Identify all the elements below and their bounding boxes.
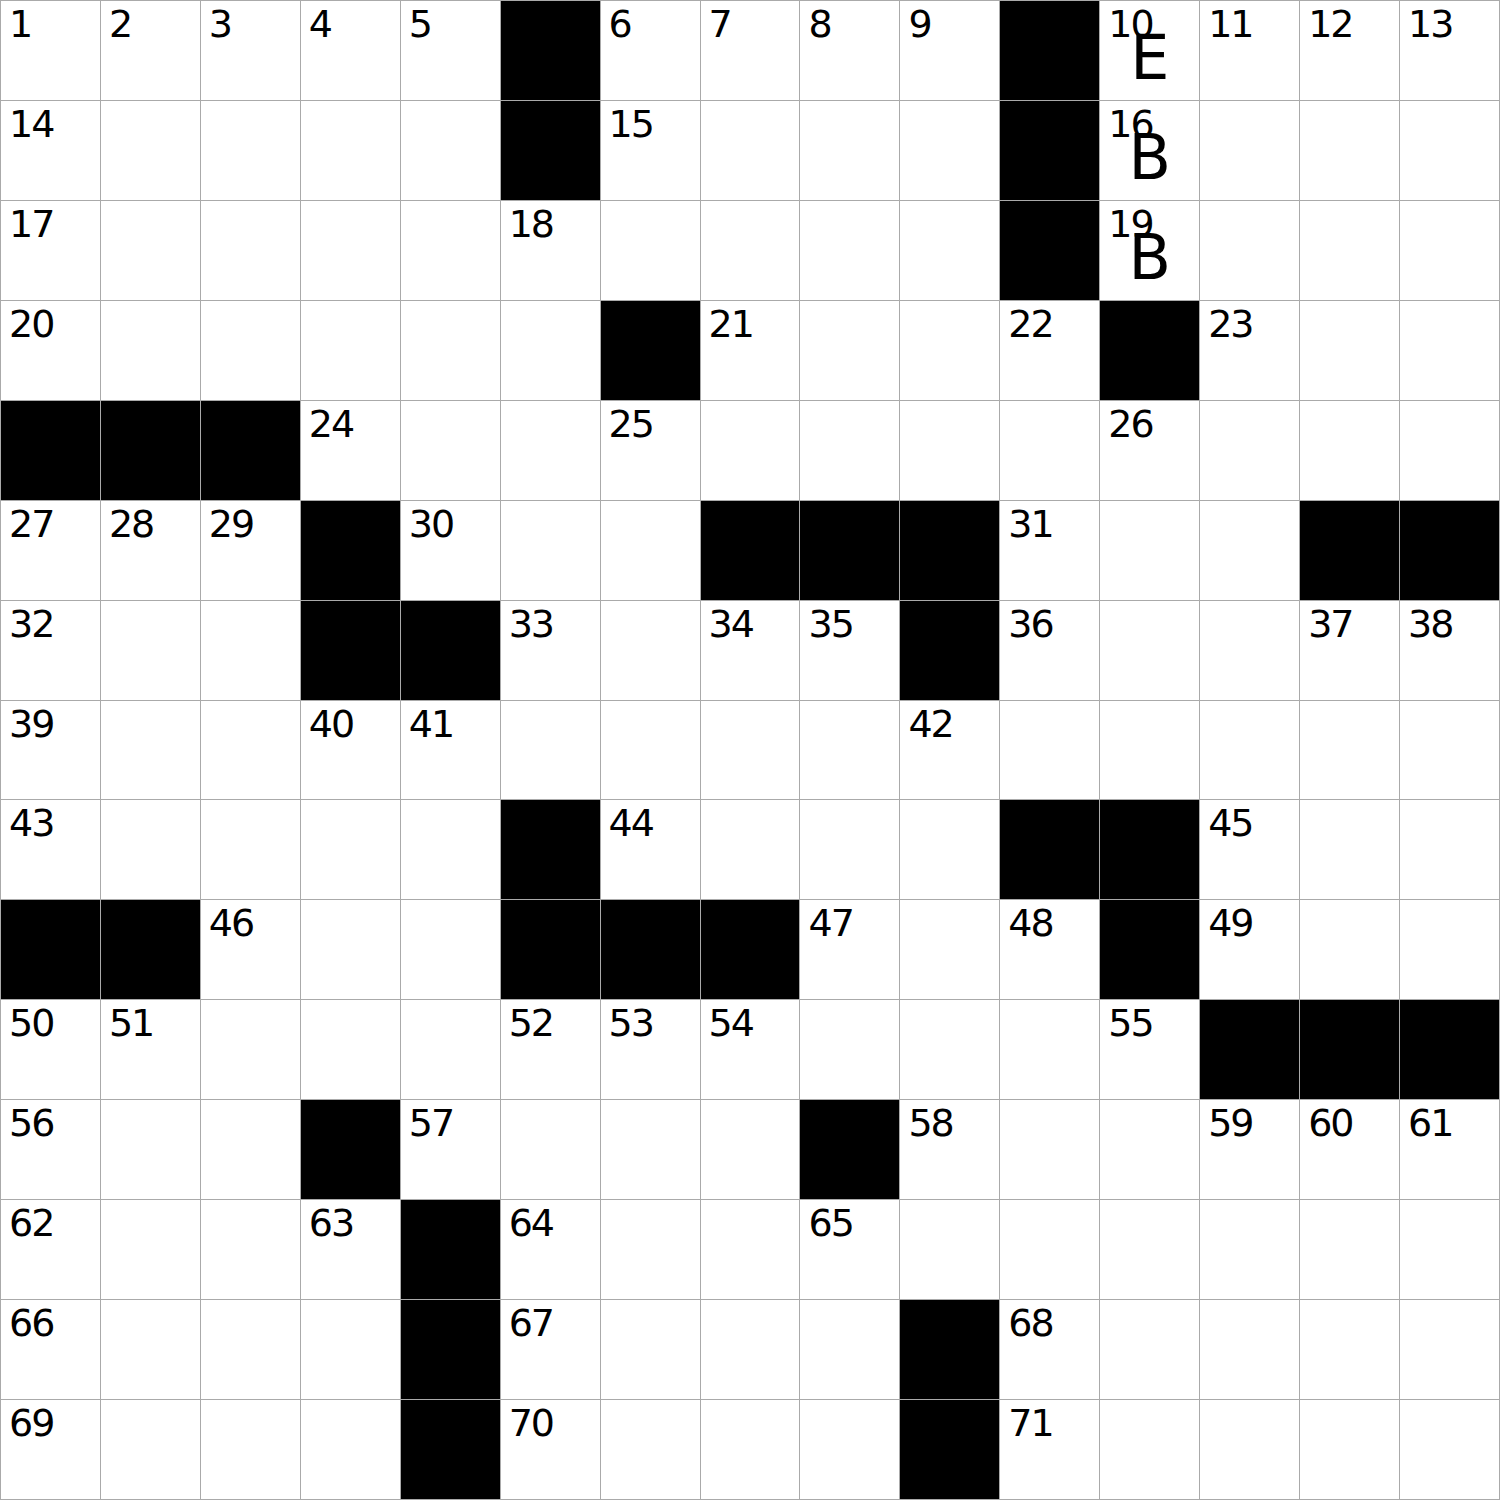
white-cell[interactable]: 16B: [1100, 101, 1199, 200]
white-cell[interactable]: 10E: [1100, 1, 1199, 100]
white-cell[interactable]: [1400, 101, 1499, 200]
clue-number: 71: [1008, 1403, 1052, 1445]
clue-number: 48: [1008, 903, 1052, 945]
white-cell[interactable]: [201, 701, 300, 800]
white-cell[interactable]: [1200, 401, 1299, 500]
white-cell[interactable]: [201, 101, 300, 200]
white-cell[interactable]: [800, 800, 899, 899]
white-cell[interactable]: 64: [501, 1200, 600, 1299]
white-cell[interactable]: [601, 1400, 700, 1499]
clue-number: 70: [509, 1403, 553, 1445]
white-cell[interactable]: 53: [601, 1000, 700, 1099]
white-cell[interactable]: 28: [101, 501, 200, 600]
black-cell: [1300, 501, 1399, 600]
white-cell[interactable]: 11: [1200, 1, 1299, 100]
white-cell[interactable]: [800, 1000, 899, 1099]
clue-number: 23: [1208, 304, 1252, 346]
white-cell[interactable]: [900, 1000, 999, 1099]
white-cell[interactable]: 39: [1, 701, 100, 800]
white-cell[interactable]: 15: [601, 101, 700, 200]
white-cell[interactable]: [800, 201, 899, 300]
white-cell[interactable]: [701, 1200, 800, 1299]
white-cell[interactable]: 2: [101, 1, 200, 100]
white-cell[interactable]: [701, 1300, 800, 1399]
clue-number: 57: [409, 1103, 453, 1145]
white-cell[interactable]: [101, 1400, 200, 1499]
white-cell[interactable]: [501, 501, 600, 600]
black-cell: [900, 601, 999, 700]
white-cell[interactable]: [401, 800, 500, 899]
black-cell: [1000, 101, 1099, 200]
white-cell[interactable]: [101, 601, 200, 700]
white-cell[interactable]: 26: [1100, 401, 1199, 500]
clue-number: 18: [509, 204, 553, 246]
white-cell[interactable]: [900, 101, 999, 200]
white-cell[interactable]: [201, 1100, 300, 1199]
clue-number: 15: [609, 104, 653, 146]
white-cell[interactable]: 47: [800, 900, 899, 999]
white-cell[interactable]: [601, 201, 700, 300]
clue-number: 37: [1308, 604, 1352, 646]
white-cell[interactable]: 8: [800, 1, 899, 100]
clue-number: 47: [808, 903, 852, 945]
white-cell[interactable]: [401, 201, 500, 300]
black-cell: [1100, 301, 1199, 400]
white-cell[interactable]: [800, 701, 899, 800]
white-cell[interactable]: 5: [401, 1, 500, 100]
white-cell[interactable]: [601, 1200, 700, 1299]
white-cell[interactable]: [1100, 1100, 1199, 1199]
clue-number: 66: [9, 1303, 53, 1345]
white-cell[interactable]: [1300, 1300, 1399, 1399]
clue-number: 59: [1208, 1103, 1252, 1145]
white-cell[interactable]: [1000, 401, 1099, 500]
white-cell[interactable]: [1400, 1400, 1499, 1499]
white-cell[interactable]: [1000, 1200, 1099, 1299]
clue-number: 62: [9, 1203, 53, 1245]
white-cell[interactable]: [1200, 201, 1299, 300]
black-cell: [401, 1200, 500, 1299]
black-cell: [501, 800, 600, 899]
clue-number: 24: [309, 404, 353, 446]
white-cell[interactable]: 65: [800, 1200, 899, 1299]
clue-number: 43: [9, 803, 53, 845]
white-cell[interactable]: 14: [1, 101, 100, 200]
white-cell[interactable]: 45: [1200, 800, 1299, 899]
white-cell[interactable]: 48: [1000, 900, 1099, 999]
white-cell[interactable]: [701, 701, 800, 800]
white-cell[interactable]: [1200, 1300, 1299, 1399]
clue-number: 49: [1208, 903, 1252, 945]
white-cell[interactable]: 62: [1, 1200, 100, 1299]
white-cell[interactable]: [101, 1100, 200, 1199]
white-cell[interactable]: [201, 1000, 300, 1099]
clue-number: 21: [709, 304, 753, 346]
black-cell: [501, 1, 600, 100]
black-cell: [1000, 800, 1099, 899]
white-cell[interactable]: [1300, 800, 1399, 899]
white-cell[interactable]: 43: [1, 800, 100, 899]
cell-letter: B: [1100, 215, 1199, 300]
clue-number: 51: [109, 1003, 153, 1045]
clue-number: 14: [9, 104, 53, 146]
white-cell[interactable]: [701, 800, 800, 899]
black-cell: [301, 1100, 400, 1199]
white-cell[interactable]: 32: [1, 601, 100, 700]
clue-number: 31: [1008, 504, 1052, 546]
white-cell[interactable]: [601, 701, 700, 800]
white-cell[interactable]: [900, 201, 999, 300]
black-cell: [1200, 1000, 1299, 1099]
black-cell: [201, 401, 300, 500]
black-cell: [1000, 1, 1099, 100]
white-cell[interactable]: [800, 101, 899, 200]
white-cell[interactable]: [800, 1300, 899, 1399]
white-cell[interactable]: [301, 1300, 400, 1399]
clue-number: 36: [1008, 604, 1052, 646]
white-cell[interactable]: 60: [1300, 1100, 1399, 1199]
white-cell[interactable]: [1200, 101, 1299, 200]
white-cell[interactable]: 17: [1, 201, 100, 300]
white-cell[interactable]: 6: [601, 1, 700, 100]
white-cell[interactable]: 25: [601, 401, 700, 500]
white-cell[interactable]: [800, 301, 899, 400]
white-cell[interactable]: [101, 800, 200, 899]
white-cell[interactable]: [401, 301, 500, 400]
clue-number: 58: [908, 1103, 952, 1145]
white-cell[interactable]: 3: [201, 1, 300, 100]
clue-number: 50: [9, 1003, 53, 1045]
black-cell: [101, 401, 200, 500]
white-cell[interactable]: 20: [1, 301, 100, 400]
white-cell[interactable]: 67: [501, 1300, 600, 1399]
white-cell[interactable]: 36: [1000, 601, 1099, 700]
white-cell[interactable]: 66: [1, 1300, 100, 1399]
clue-number: 40: [309, 704, 353, 746]
white-cell[interactable]: [900, 401, 999, 500]
white-cell[interactable]: [101, 701, 200, 800]
white-cell[interactable]: [101, 301, 200, 400]
white-cell[interactable]: [900, 301, 999, 400]
clue-number: 27: [9, 504, 53, 546]
white-cell[interactable]: [401, 900, 500, 999]
crossword-grid: 12345678910E111213141516B171819B20212223…: [0, 0, 1500, 1500]
clue-number: 13: [1408, 4, 1452, 46]
clue-number: 34: [709, 604, 753, 646]
clue-number: 9: [908, 4, 930, 46]
white-cell[interactable]: 42: [900, 701, 999, 800]
white-cell[interactable]: [301, 900, 400, 999]
white-cell[interactable]: 19B: [1100, 201, 1199, 300]
cell-letter: B: [1100, 115, 1199, 200]
black-cell: [601, 301, 700, 400]
black-cell: [501, 900, 600, 999]
black-cell: [1, 401, 100, 500]
black-cell: [800, 501, 899, 600]
clue-number: 30: [409, 504, 453, 546]
white-cell[interactable]: [301, 201, 400, 300]
white-cell[interactable]: [1100, 1300, 1199, 1399]
white-cell[interactable]: [1400, 800, 1499, 899]
white-cell[interactable]: [1200, 701, 1299, 800]
clue-number: 41: [409, 704, 453, 746]
white-cell[interactable]: 22: [1000, 301, 1099, 400]
white-cell[interactable]: [1000, 1100, 1099, 1199]
white-cell[interactable]: 24: [301, 401, 400, 500]
white-cell[interactable]: [201, 1300, 300, 1399]
black-cell: [401, 1300, 500, 1399]
clue-number: 29: [209, 504, 253, 546]
clue-number: 8: [808, 4, 830, 46]
black-cell: [501, 101, 600, 200]
white-cell[interactable]: 18: [501, 201, 600, 300]
clue-number: 63: [309, 1203, 353, 1245]
clue-number: 4: [309, 4, 331, 46]
black-cell: [1100, 900, 1199, 999]
clue-number: 38: [1408, 604, 1452, 646]
clue-number: 65: [808, 1203, 852, 1245]
clue-number: 26: [1108, 404, 1152, 446]
white-cell[interactable]: 35: [800, 601, 899, 700]
white-cell[interactable]: [900, 900, 999, 999]
clue-number: 22: [1008, 304, 1052, 346]
white-cell[interactable]: 29: [201, 501, 300, 600]
white-cell[interactable]: [201, 1200, 300, 1299]
white-cell[interactable]: [601, 1100, 700, 1199]
white-cell[interactable]: [301, 101, 400, 200]
white-cell[interactable]: [1100, 701, 1199, 800]
white-cell[interactable]: 23: [1200, 301, 1299, 400]
clue-number: 17: [9, 204, 53, 246]
white-cell[interactable]: [701, 101, 800, 200]
clue-number: 3: [209, 4, 231, 46]
white-cell[interactable]: [101, 1200, 200, 1299]
white-cell[interactable]: [501, 701, 600, 800]
clue-number: 46: [209, 903, 253, 945]
white-cell[interactable]: [701, 1400, 800, 1499]
white-cell[interactable]: [501, 301, 600, 400]
clue-number: 67: [509, 1303, 553, 1345]
white-cell[interactable]: [1300, 701, 1399, 800]
white-cell[interactable]: [1200, 501, 1299, 600]
clue-number: 56: [9, 1103, 53, 1145]
white-cell[interactable]: [701, 1100, 800, 1199]
white-cell[interactable]: [701, 201, 800, 300]
white-cell[interactable]: [401, 101, 500, 200]
white-cell[interactable]: 59: [1200, 1100, 1299, 1199]
white-cell[interactable]: 71: [1000, 1400, 1099, 1499]
clue-number: 60: [1308, 1103, 1352, 1145]
clue-number: 55: [1108, 1003, 1152, 1045]
clue-number: 53: [609, 1003, 653, 1045]
white-cell[interactable]: [1300, 301, 1399, 400]
white-cell[interactable]: 69: [1, 1400, 100, 1499]
white-cell[interactable]: [1000, 1000, 1099, 1099]
white-cell[interactable]: [401, 1000, 500, 1099]
white-cell[interactable]: [800, 401, 899, 500]
white-cell[interactable]: 49: [1200, 900, 1299, 999]
white-cell[interactable]: 1: [1, 1, 100, 100]
clue-number: 5: [409, 4, 431, 46]
white-cell[interactable]: 31: [1000, 501, 1099, 600]
white-cell[interactable]: 7: [701, 1, 800, 100]
white-cell[interactable]: [1300, 401, 1399, 500]
white-cell[interactable]: 12: [1300, 1, 1399, 100]
white-cell[interactable]: [501, 401, 600, 500]
clue-number: 69: [9, 1403, 53, 1445]
white-cell[interactable]: 68: [1000, 1300, 1099, 1399]
white-cell[interactable]: [800, 1400, 899, 1499]
white-cell[interactable]: [601, 601, 700, 700]
black-cell: [601, 900, 700, 999]
clue-number: 12: [1308, 4, 1352, 46]
clue-number: 25: [609, 404, 653, 446]
white-cell[interactable]: 13: [1400, 1, 1499, 100]
white-cell[interactable]: [1400, 701, 1499, 800]
black-cell: [301, 601, 400, 700]
clue-number: 44: [609, 803, 653, 845]
white-cell[interactable]: 52: [501, 1000, 600, 1099]
white-cell[interactable]: [601, 501, 700, 600]
white-cell[interactable]: 54: [701, 1000, 800, 1099]
white-cell[interactable]: 37: [1300, 601, 1399, 700]
clue-number: 52: [509, 1003, 553, 1045]
black-cell: [1000, 201, 1099, 300]
black-cell: [1400, 1000, 1499, 1099]
white-cell[interactable]: 9: [900, 1, 999, 100]
clue-number: 33: [509, 604, 553, 646]
clue-number: 7: [709, 4, 731, 46]
black-cell: [900, 1300, 999, 1399]
clue-number: 2: [109, 4, 131, 46]
white-cell[interactable]: [1100, 1200, 1199, 1299]
white-cell[interactable]: [1300, 1200, 1399, 1299]
white-cell[interactable]: [701, 401, 800, 500]
clue-number: 68: [1008, 1303, 1052, 1345]
white-cell[interactable]: [1400, 900, 1499, 999]
white-cell[interactable]: 50: [1, 1000, 100, 1099]
clue-number: 1: [9, 4, 31, 46]
black-cell: [900, 1400, 999, 1499]
white-cell[interactable]: [1300, 1400, 1399, 1499]
white-cell[interactable]: 4: [301, 1, 400, 100]
white-cell[interactable]: 33: [501, 601, 600, 700]
black-cell: [1400, 501, 1499, 600]
white-cell[interactable]: [900, 800, 999, 899]
clue-number: 42: [908, 704, 952, 746]
clue-number: 32: [9, 604, 53, 646]
white-cell[interactable]: 61: [1400, 1100, 1499, 1199]
white-cell[interactable]: [501, 1100, 600, 1199]
cell-letter: E: [1100, 15, 1199, 100]
white-cell[interactable]: 21: [701, 301, 800, 400]
clue-number: 35: [808, 604, 852, 646]
white-cell[interactable]: [101, 201, 200, 300]
white-cell[interactable]: [1300, 201, 1399, 300]
white-cell[interactable]: [1400, 301, 1499, 400]
white-cell[interactable]: 40: [301, 701, 400, 800]
white-cell[interactable]: [301, 1400, 400, 1499]
black-cell: [1300, 1000, 1399, 1099]
black-cell: [301, 501, 400, 600]
clue-number: 45: [1208, 803, 1252, 845]
white-cell[interactable]: 70: [501, 1400, 600, 1499]
white-cell[interactable]: [201, 301, 300, 400]
black-cell: [900, 501, 999, 600]
black-cell: [800, 1100, 899, 1199]
black-cell: [1100, 800, 1199, 899]
black-cell: [1, 900, 100, 999]
white-cell[interactable]: [201, 201, 300, 300]
white-cell[interactable]: [1300, 101, 1399, 200]
white-cell[interactable]: 30: [401, 501, 500, 600]
clue-number: 20: [9, 304, 53, 346]
white-cell[interactable]: 58: [900, 1100, 999, 1199]
clue-number: 11: [1208, 4, 1252, 46]
white-cell[interactable]: 51: [101, 1000, 200, 1099]
white-cell[interactable]: [1400, 401, 1499, 500]
white-cell[interactable]: 41: [401, 701, 500, 800]
black-cell: [701, 501, 800, 600]
white-cell[interactable]: 55: [1100, 1000, 1199, 1099]
white-cell[interactable]: [201, 1400, 300, 1499]
white-cell[interactable]: [1400, 201, 1499, 300]
white-cell[interactable]: [301, 301, 400, 400]
white-cell[interactable]: [1100, 501, 1199, 600]
white-cell[interactable]: [201, 601, 300, 700]
white-cell[interactable]: 46: [201, 900, 300, 999]
white-cell[interactable]: [1200, 1200, 1299, 1299]
white-cell[interactable]: 56: [1, 1100, 100, 1199]
white-cell[interactable]: 44: [601, 800, 700, 899]
white-cell[interactable]: [1400, 1200, 1499, 1299]
black-cell: [401, 601, 500, 700]
white-cell[interactable]: [1400, 1300, 1499, 1399]
clue-number: 6: [609, 4, 631, 46]
white-cell[interactable]: 63: [301, 1200, 400, 1299]
clue-number: 54: [709, 1003, 753, 1045]
white-cell[interactable]: [1200, 1400, 1299, 1499]
white-cell[interactable]: 38: [1400, 601, 1499, 700]
black-cell: [701, 900, 800, 999]
white-cell[interactable]: [1200, 601, 1299, 700]
black-cell: [101, 900, 200, 999]
white-cell[interactable]: [1000, 701, 1099, 800]
white-cell[interactable]: [301, 1000, 400, 1099]
white-cell[interactable]: 27: [1, 501, 100, 600]
white-cell[interactable]: 57: [401, 1100, 500, 1199]
white-cell[interactable]: [1100, 1400, 1199, 1499]
clue-number: 39: [9, 704, 53, 746]
white-cell[interactable]: [900, 1200, 999, 1299]
clue-number: 28: [109, 504, 153, 546]
white-cell[interactable]: 34: [701, 601, 800, 700]
white-cell[interactable]: [101, 1300, 200, 1399]
white-cell[interactable]: [601, 1300, 700, 1399]
black-cell: [401, 1400, 500, 1499]
white-cell[interactable]: [201, 800, 300, 899]
white-cell[interactable]: [1300, 900, 1399, 999]
clue-number: 61: [1408, 1103, 1452, 1145]
white-cell[interactable]: [401, 401, 500, 500]
white-cell[interactable]: [1100, 601, 1199, 700]
white-cell[interactable]: [101, 101, 200, 200]
white-cell[interactable]: [301, 800, 400, 899]
clue-number: 64: [509, 1203, 553, 1245]
